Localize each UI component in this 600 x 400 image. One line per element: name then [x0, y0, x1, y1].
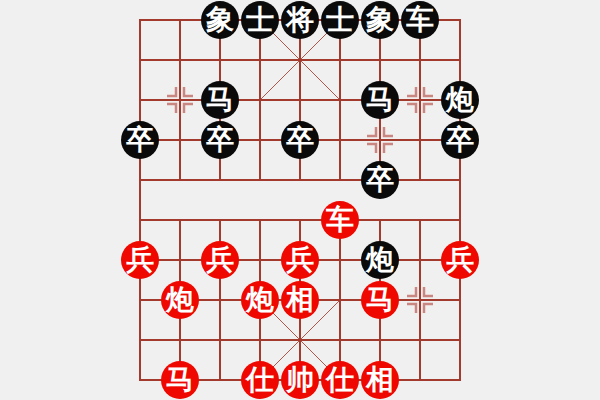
piece-black-advisor[interactable]: 士 [321, 1, 359, 39]
piece-black-chariot[interactable]: 车 [401, 1, 439, 39]
piece-red-soldier[interactable]: 兵 [441, 241, 479, 279]
piece-black-cannon[interactable]: 炮 [361, 241, 399, 279]
piece-black-advisor[interactable]: 士 [241, 1, 279, 39]
piece-red-horse[interactable]: 马 [361, 281, 399, 319]
piece-red-cannon[interactable]: 炮 [161, 281, 199, 319]
piece-red-elephant[interactable]: 相 [361, 361, 399, 399]
piece-black-soldier[interactable]: 卒 [121, 121, 159, 159]
piece-red-elephant[interactable]: 相 [281, 281, 319, 319]
piece-red-general[interactable]: 帅 [281, 361, 319, 399]
piece-red-soldier[interactable]: 兵 [201, 241, 239, 279]
piece-black-elephant[interactable]: 象 [361, 1, 399, 39]
piece-red-chariot[interactable]: 车 [321, 201, 359, 239]
piece-black-soldier[interactable]: 卒 [201, 121, 239, 159]
piece-black-soldier[interactable]: 卒 [361, 161, 399, 199]
piece-red-advisor[interactable]: 仕 [321, 361, 359, 399]
piece-black-horse[interactable]: 马 [201, 81, 239, 119]
piece-black-cannon[interactable]: 炮 [441, 81, 479, 119]
piece-red-soldier[interactable]: 兵 [281, 241, 319, 279]
piece-black-elephant[interactable]: 象 [201, 1, 239, 39]
xiangqi-board: 象士将士象车马马炮卒卒卒卒卒炮车兵兵兵兵炮炮相马马仕帅仕相 [120, 0, 480, 400]
piece-black-general[interactable]: 将 [281, 1, 319, 39]
piece-black-soldier[interactable]: 卒 [281, 121, 319, 159]
xiangqi-screen: 象士将士象车马马炮卒卒卒卒卒炮车兵兵兵兵炮炮相马马仕帅仕相 [0, 0, 600, 400]
piece-red-horse[interactable]: 马 [161, 361, 199, 399]
piece-black-soldier[interactable]: 卒 [441, 121, 479, 159]
piece-red-soldier[interactable]: 兵 [121, 241, 159, 279]
piece-red-cannon[interactable]: 炮 [241, 281, 279, 319]
piece-red-advisor[interactable]: 仕 [241, 361, 279, 399]
piece-black-horse[interactable]: 马 [361, 81, 399, 119]
